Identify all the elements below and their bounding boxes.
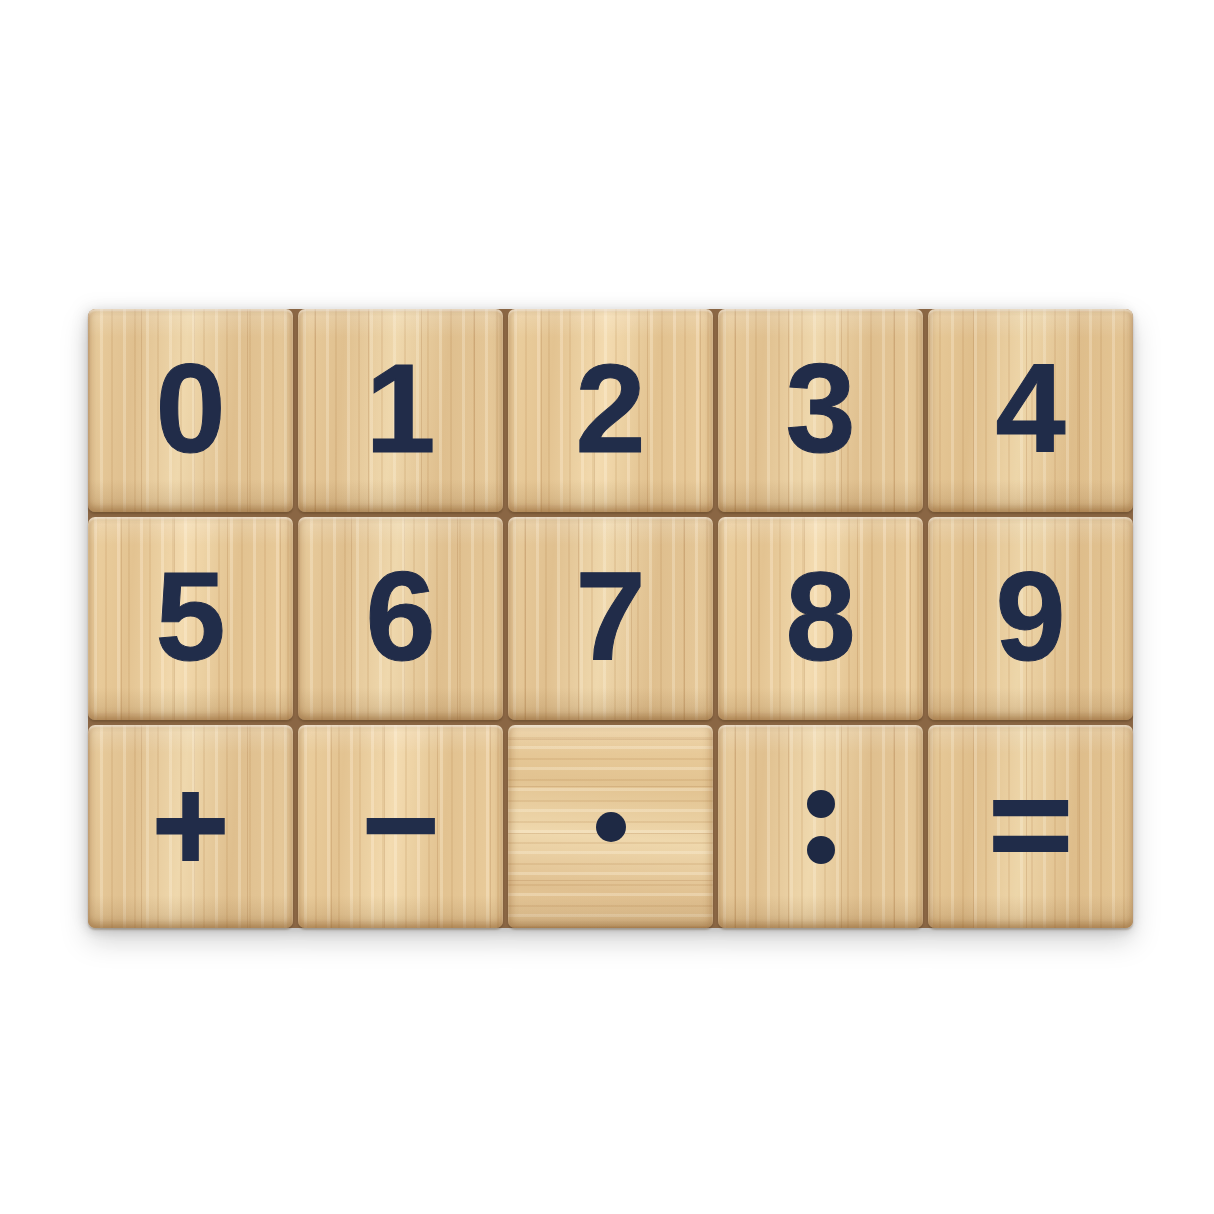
tile-digit-8: 8 [718, 517, 923, 720]
tile-glyph-7: 7 [575, 554, 645, 680]
minus-glyph: − [362, 759, 439, 891]
tile-minus: − [298, 725, 503, 928]
tile-glyph-2: 2 [575, 346, 645, 472]
tile-digit-3: 3 [718, 309, 923, 512]
equals-glyph: = [988, 759, 1073, 891]
tile-digit-6: 6 [298, 517, 503, 720]
tile-glyph-4: 4 [995, 346, 1065, 472]
tile-digit-4: 4 [928, 309, 1133, 512]
tile-equals: = [928, 725, 1133, 928]
tile-digit-2: 2 [508, 309, 713, 512]
tile-glyph-5: 5 [155, 554, 225, 680]
tile-digit-1: 1 [298, 309, 503, 512]
tile-digit-0: 0 [88, 309, 293, 512]
tile-glyph-9: 9 [995, 554, 1065, 680]
photo-background: 0 1 2 3 4 5 6 7 8 9 + [0, 0, 1214, 1214]
colon-lower-dot [807, 836, 835, 864]
tile-glyph-3: 3 [785, 346, 855, 472]
plus-glyph: + [152, 759, 229, 891]
tile-glyph-6: 6 [365, 554, 435, 680]
tile-glyph-0: 0 [155, 346, 225, 472]
multiplication-dot-shape [596, 812, 626, 842]
tile-glyph-1: 1 [365, 346, 435, 472]
tile-digit-9: 9 [928, 517, 1133, 720]
tile-division-colon [718, 725, 923, 928]
tile-glyph-8: 8 [785, 554, 855, 680]
tile-plus: + [88, 725, 293, 928]
tile-digit-7: 7 [508, 517, 713, 720]
colon-upper-dot [807, 790, 835, 818]
tile-digit-5: 5 [88, 517, 293, 720]
tile-multiplication-dot [508, 725, 713, 928]
division-colon-shape [807, 790, 835, 864]
tile-block: 0 1 2 3 4 5 6 7 8 9 + [88, 309, 1133, 928]
